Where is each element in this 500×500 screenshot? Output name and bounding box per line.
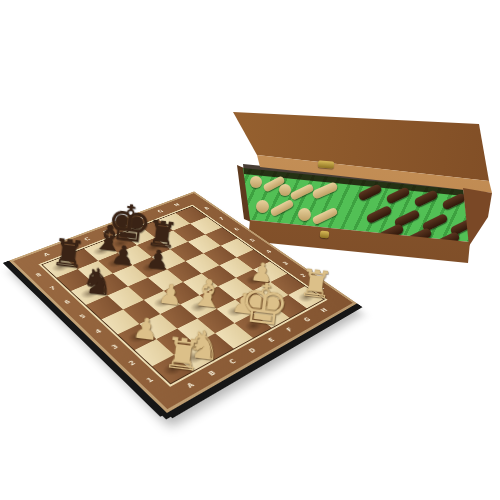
product-photo: AABBCCDDEEFFGGHH1122334455667788 ♜♝♚♟♜♞♟…	[0, 0, 500, 500]
brass-clasp-icon	[320, 231, 330, 239]
brass-hinge-icon	[318, 160, 334, 168]
stored-piece-light-5	[256, 200, 269, 213]
piece-black-pawn-d6: ♟	[133, 257, 167, 278]
piece-white-rook-a1: ♜	[152, 355, 192, 383]
piece-white-rook-h1: ♜	[288, 286, 323, 308]
stored-piece-light-0	[250, 176, 262, 188]
stored-piece-light-7	[298, 208, 311, 221]
stored-piece-light-2	[279, 184, 291, 196]
piece-white-king-e1: ♚	[234, 313, 271, 338]
